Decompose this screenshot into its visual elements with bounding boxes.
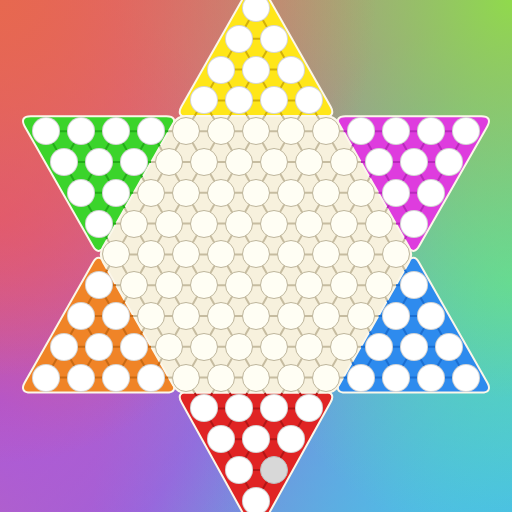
hole-empty[interactable] [190, 148, 218, 176]
marble-white[interactable] [85, 148, 113, 176]
hole-empty[interactable] [225, 333, 253, 361]
hole-empty[interactable] [172, 179, 200, 207]
marble-white[interactable] [85, 333, 113, 361]
marble-white[interactable] [417, 302, 445, 330]
hole-empty[interactable] [137, 240, 165, 268]
hole-empty[interactable] [155, 333, 183, 361]
marble-white[interactable] [190, 394, 218, 422]
hole-empty[interactable] [312, 302, 340, 330]
hole-empty[interactable] [207, 117, 235, 145]
holes-grid [29, 0, 484, 512]
hole-empty[interactable] [242, 179, 270, 207]
marble-white[interactable] [137, 117, 165, 145]
hole-empty[interactable] [207, 364, 235, 392]
hole-empty[interactable] [155, 148, 183, 176]
hole-empty[interactable] [172, 240, 200, 268]
hole-empty[interactable] [120, 210, 148, 238]
marble-white[interactable] [67, 302, 95, 330]
hole-empty[interactable] [277, 117, 305, 145]
marble-white[interactable] [365, 333, 393, 361]
marble-white[interactable] [207, 56, 235, 84]
hole-empty[interactable] [225, 148, 253, 176]
marble-white[interactable] [242, 56, 270, 84]
hole-empty[interactable] [190, 271, 218, 299]
hole-empty[interactable] [260, 148, 288, 176]
hole-empty[interactable] [277, 240, 305, 268]
chinese-checkers-board [0, 0, 512, 512]
hole-empty[interactable] [312, 240, 340, 268]
marble-white[interactable] [190, 86, 218, 114]
hole-empty[interactable] [365, 271, 393, 299]
hole-empty[interactable] [347, 302, 375, 330]
marble-white[interactable] [225, 394, 253, 422]
hole-empty[interactable] [225, 210, 253, 238]
hole-empty[interactable] [347, 240, 375, 268]
hole-empty[interactable] [295, 271, 323, 299]
hole-empty[interactable] [120, 271, 148, 299]
marble-white[interactable] [382, 302, 410, 330]
hole-empty[interactable] [172, 117, 200, 145]
marble-white[interactable] [242, 425, 270, 453]
hole-empty[interactable] [190, 210, 218, 238]
hole-empty[interactable] [330, 333, 358, 361]
marble-white[interactable] [32, 117, 60, 145]
hole-empty[interactable] [137, 302, 165, 330]
marble-white[interactable] [85, 210, 113, 238]
hole-empty[interactable] [312, 117, 340, 145]
hole-empty[interactable] [242, 302, 270, 330]
hole-empty[interactable] [295, 210, 323, 238]
marble-white[interactable] [102, 117, 130, 145]
marble-white[interactable] [242, 487, 270, 512]
marble-white[interactable] [435, 148, 463, 176]
marble-white[interactable] [417, 179, 445, 207]
hole-empty[interactable] [225, 271, 253, 299]
hole-empty[interactable] [260, 210, 288, 238]
marble-white[interactable] [50, 333, 78, 361]
hole-empty[interactable] [330, 148, 358, 176]
hole-empty[interactable] [330, 210, 358, 238]
marble-white[interactable] [417, 117, 445, 145]
marble-white[interactable] [67, 117, 95, 145]
hole-empty[interactable] [155, 210, 183, 238]
marble-white[interactable] [382, 117, 410, 145]
marble-white[interactable] [452, 364, 480, 392]
hole-empty[interactable] [312, 364, 340, 392]
hole-empty[interactable] [207, 302, 235, 330]
hole-empty[interactable] [347, 179, 375, 207]
hole-empty[interactable] [277, 302, 305, 330]
marble-white[interactable] [225, 25, 253, 53]
marble-gray[interactable] [260, 456, 288, 484]
marble-white[interactable] [67, 364, 95, 392]
hole-empty[interactable] [137, 179, 165, 207]
marble-white[interactable] [137, 364, 165, 392]
marble-white[interactable] [102, 364, 130, 392]
hole-empty[interactable] [295, 148, 323, 176]
marble-white[interactable] [435, 333, 463, 361]
hole-empty[interactable] [277, 179, 305, 207]
marble-white[interactable] [417, 364, 445, 392]
hole-empty[interactable] [312, 179, 340, 207]
marble-white[interactable] [102, 179, 130, 207]
hole-empty[interactable] [382, 240, 410, 268]
marble-white[interactable] [120, 333, 148, 361]
hole-empty[interactable] [155, 271, 183, 299]
marble-white[interactable] [102, 302, 130, 330]
marble-white[interactable] [295, 394, 323, 422]
marble-white[interactable] [382, 364, 410, 392]
marble-white[interactable] [382, 179, 410, 207]
hole-empty[interactable] [242, 240, 270, 268]
marble-white[interactable] [120, 148, 148, 176]
hole-empty[interactable] [172, 302, 200, 330]
marble-white[interactable] [365, 148, 393, 176]
marble-white[interactable] [277, 56, 305, 84]
marble-white[interactable] [347, 364, 375, 392]
hole-empty[interactable] [260, 333, 288, 361]
marble-white[interactable] [207, 425, 235, 453]
hole-empty[interactable] [330, 271, 358, 299]
marble-white[interactable] [260, 394, 288, 422]
marble-white[interactable] [85, 271, 113, 299]
hole-empty[interactable] [102, 240, 130, 268]
marble-white[interactable] [347, 117, 375, 145]
hole-empty[interactable] [365, 210, 393, 238]
marble-white[interactable] [260, 25, 288, 53]
marble-white[interactable] [400, 271, 428, 299]
marble-white[interactable] [50, 148, 78, 176]
marble-white[interactable] [242, 0, 270, 22]
marble-white[interactable] [400, 210, 428, 238]
hole-empty[interactable] [207, 179, 235, 207]
marble-white[interactable] [452, 117, 480, 145]
hole-empty[interactable] [242, 364, 270, 392]
hole-empty[interactable] [277, 364, 305, 392]
hole-empty[interactable] [260, 271, 288, 299]
marble-white[interactable] [400, 333, 428, 361]
hole-empty[interactable] [190, 333, 218, 361]
marble-white[interactable] [295, 86, 323, 114]
hole-empty[interactable] [242, 117, 270, 145]
hole-empty[interactable] [172, 364, 200, 392]
marble-white[interactable] [67, 179, 95, 207]
hole-empty[interactable] [295, 333, 323, 361]
marble-white[interactable] [400, 148, 428, 176]
marble-white[interactable] [225, 86, 253, 114]
hole-empty[interactable] [207, 240, 235, 268]
marble-white[interactable] [32, 364, 60, 392]
marble-white[interactable] [260, 86, 288, 114]
marble-white[interactable] [225, 456, 253, 484]
marble-white[interactable] [277, 425, 305, 453]
